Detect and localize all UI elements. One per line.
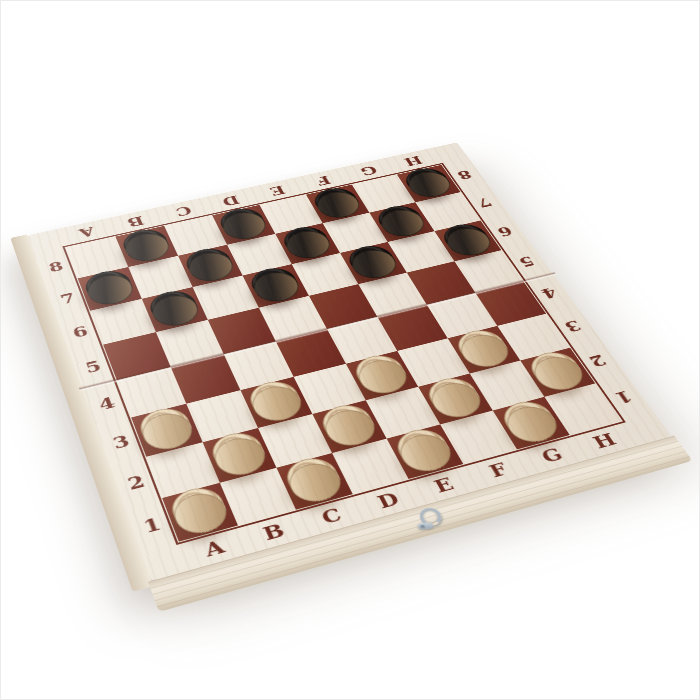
metal-hook-latch-icon [415, 507, 446, 531]
product-photo: ABCDEFGH ABCDEFGH 87654321 87654321 [0, 0, 700, 700]
checkers-board: ABCDEFGH ABCDEFGH 87654321 87654321 [27, 142, 671, 581]
